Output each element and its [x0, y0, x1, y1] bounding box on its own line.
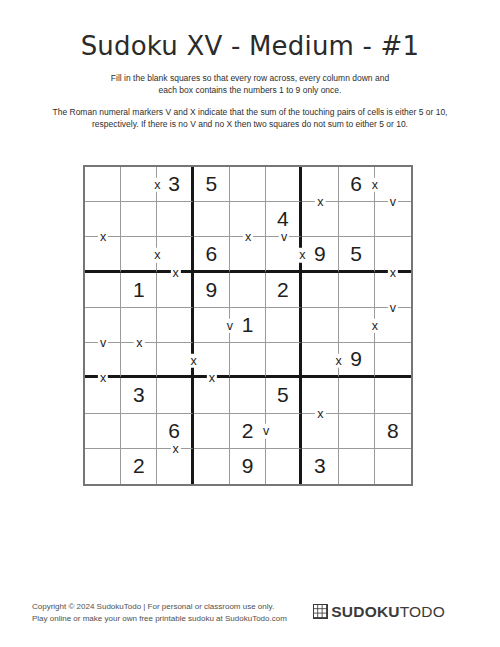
- cell-r9c7: 3: [302, 449, 338, 484]
- copyright-line1: Copyright © 2024 SudokuTodo | For person…: [32, 601, 287, 613]
- cell-r4c7[interactable]: [302, 273, 338, 308]
- cell-r8c6[interactable]: [266, 414, 302, 449]
- xv-marker-x-horizontal-pair: x: [297, 248, 307, 263]
- xv-marker-x-horizontal-pair: x: [152, 248, 162, 263]
- cell-r2c8[interactable]: [339, 202, 375, 237]
- cell-r9c8[interactable]: [339, 449, 375, 484]
- xv-marker-x-vertical-pair: x: [170, 442, 180, 457]
- logo-wordmark: SUDOKUTODO: [331, 604, 445, 620]
- xv-marker-v-vertical-pair: v: [388, 301, 398, 316]
- page: Sudoku XV - Medium - #1 Fill in the blan…: [0, 0, 500, 647]
- cell-r9c9[interactable]: [375, 449, 411, 484]
- cell-r4c8[interactable]: [339, 273, 375, 308]
- cell-r9c5: 9: [230, 449, 266, 484]
- sudoku-grid-icon: [313, 604, 328, 619]
- instructions-basic-line1: Fill in the blank squares so that every …: [111, 73, 389, 83]
- xv-marker-x-horizontal-pair: x: [370, 318, 380, 333]
- xv-marker-v-vertical-pair: v: [279, 230, 289, 245]
- cell-r4c2: 1: [121, 273, 157, 308]
- cell-r2c3[interactable]: [157, 202, 193, 237]
- logo-wordmark-bold: SUDOKU: [331, 603, 399, 620]
- xv-marker-x-vertical-pair: x: [98, 230, 108, 245]
- cell-r8c2[interactable]: [121, 414, 157, 449]
- xv-marker-x-horizontal-pair: x: [189, 353, 199, 368]
- cell-r5c7[interactable]: [302, 308, 338, 343]
- cell-r1c3: 3: [157, 167, 193, 202]
- xv-marker-x-vertical-pair: x: [315, 195, 325, 210]
- xv-marker-v-vertical-pair: v: [388, 195, 398, 210]
- cell-r7c5[interactable]: [230, 378, 266, 413]
- cell-r8c1[interactable]: [85, 414, 121, 449]
- logo-wordmark-light: TODO: [400, 603, 445, 620]
- xv-marker-x-vertical-pair: x: [207, 371, 217, 386]
- xv-marker-v-horizontal-pair: v: [261, 424, 271, 439]
- cell-r1c4: 5: [194, 167, 230, 202]
- cell-r1c5[interactable]: [230, 167, 266, 202]
- cell-r1c1[interactable]: [85, 167, 121, 202]
- xv-marker-v-horizontal-pair: v: [225, 318, 235, 333]
- sudoku-board: 35646951921935628293xxxxvxxxvxvxxvxxvvxx…: [83, 165, 413, 486]
- cell-r8c8[interactable]: [339, 414, 375, 449]
- instructions-basic-line2: each box contains the numbers 1 to 9 onl…: [159, 85, 342, 95]
- instructions-xv-rule: The Roman numeral markers V and X indica…: [0, 107, 500, 130]
- cell-r8c4[interactable]: [194, 414, 230, 449]
- cell-r6c9[interactable]: [375, 343, 411, 378]
- xv-marker-x-vertical-pair: x: [243, 230, 253, 245]
- cell-r8c9: 8: [375, 414, 411, 449]
- cell-r5c3[interactable]: [157, 308, 193, 343]
- xv-marker-x-vertical-pair: x: [98, 371, 108, 386]
- cell-r4c6: 2: [266, 273, 302, 308]
- xv-marker-x-vertical-pair: x: [315, 406, 325, 421]
- page-title: Sudoku XV - Medium - #1: [0, 31, 500, 61]
- xv-marker-x-vertical-pair: x: [134, 336, 144, 351]
- instructions-xv-line2: respectively. If there is no V and no X …: [92, 119, 408, 129]
- cell-r5c6[interactable]: [266, 308, 302, 343]
- cell-r3c8: 5: [339, 237, 375, 272]
- sudokutodo-logo: SUDOKUTODO: [313, 604, 445, 620]
- cell-r4c4: 9: [194, 273, 230, 308]
- cell-r7c2: 3: [121, 378, 157, 413]
- xv-marker-v-vertical-pair: v: [98, 336, 108, 351]
- instructions-xv-line1: The Roman numeral markers V and X indica…: [53, 107, 448, 117]
- copyright-line2: Play online or make your own free printa…: [32, 613, 287, 625]
- cell-r9c4[interactable]: [194, 449, 230, 484]
- footer-copyright: Copyright © 2024 SudokuTodo | For person…: [32, 601, 287, 625]
- cell-r1c6[interactable]: [266, 167, 302, 202]
- xv-marker-x-horizontal-pair: x: [152, 177, 162, 192]
- cell-r2c4[interactable]: [194, 202, 230, 237]
- cell-r9c1[interactable]: [85, 449, 121, 484]
- cell-r7c9[interactable]: [375, 378, 411, 413]
- cell-r3c7: 9: [302, 237, 338, 272]
- cell-r7c3[interactable]: [157, 378, 193, 413]
- xv-marker-x-vertical-pair: x: [388, 265, 398, 280]
- cell-r4c5[interactable]: [230, 273, 266, 308]
- cell-r9c6[interactable]: [266, 449, 302, 484]
- xv-marker-x-vertical-pair: x: [170, 265, 180, 280]
- cell-r6c6[interactable]: [266, 343, 302, 378]
- cell-r9c2: 2: [121, 449, 157, 484]
- xv-marker-x-horizontal-pair: x: [370, 177, 380, 192]
- xv-marker-x-horizontal-pair: x: [333, 353, 343, 368]
- cell-r3c4: 6: [194, 237, 230, 272]
- cell-r2c2[interactable]: [121, 202, 157, 237]
- instructions-basic: Fill in the blank squares so that every …: [0, 73, 500, 96]
- cell-r7c6: 5: [266, 378, 302, 413]
- cell-r6c8: 9: [339, 343, 375, 378]
- cell-r6c5[interactable]: [230, 343, 266, 378]
- cell-r4c1[interactable]: [85, 273, 121, 308]
- cell-r7c8[interactable]: [339, 378, 375, 413]
- cell-r5c5: 1: [230, 308, 266, 343]
